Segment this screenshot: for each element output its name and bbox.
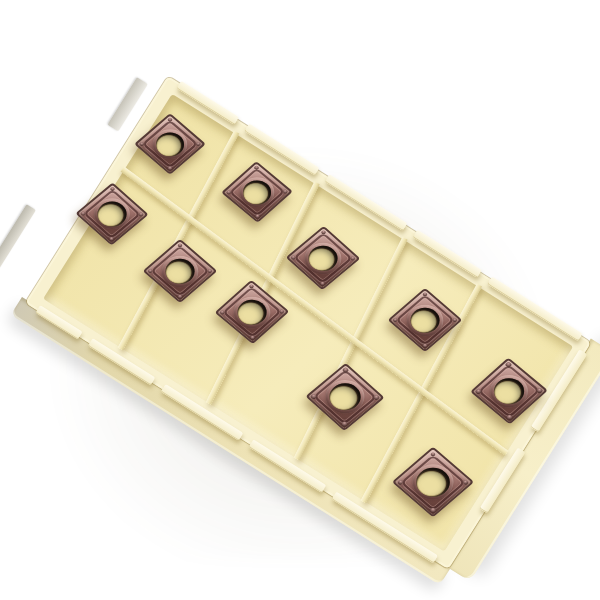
scene xyxy=(0,0,600,600)
carbide-insert xyxy=(388,288,463,352)
carbide-insert xyxy=(286,226,361,290)
carbide-insert xyxy=(221,161,293,223)
carbide-insert xyxy=(392,446,474,517)
carbide-insert xyxy=(470,357,548,424)
carbide-insert xyxy=(305,363,384,431)
carbide-insert xyxy=(134,113,206,175)
carbide-insert xyxy=(215,280,290,344)
carbide-insert xyxy=(143,239,218,303)
carbide-insert xyxy=(75,182,148,245)
inserts-layer xyxy=(0,0,600,600)
